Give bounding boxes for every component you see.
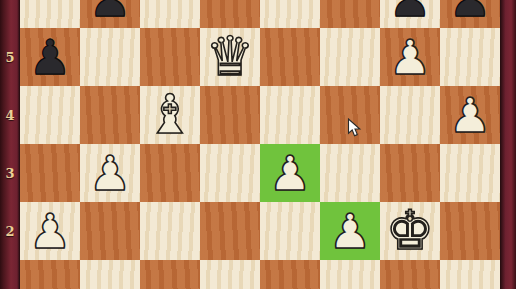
piece-black-pawn-b6[interactable]: ♟ <box>88 0 131 23</box>
rank-label-5: 5 <box>3 50 17 65</box>
square-e6[interactable] <box>260 0 320 28</box>
square-d1[interactable] <box>200 260 260 289</box>
square-f1[interactable] <box>320 260 380 289</box>
square-d5[interactable]: ♛ <box>200 28 260 86</box>
square-d6[interactable] <box>200 0 260 28</box>
square-e1[interactable] <box>260 260 320 289</box>
square-c1[interactable] <box>140 260 200 289</box>
square-a3[interactable] <box>20 144 80 202</box>
piece-white-pawn-h4[interactable]: ♟ <box>448 91 491 139</box>
piece-white-pawn-a2[interactable]: ♟ <box>28 207 71 255</box>
square-c4[interactable]: ♝ <box>140 86 200 144</box>
square-d2[interactable] <box>200 202 260 260</box>
piece-black-pawn-h6[interactable]: ♟ <box>448 0 491 23</box>
square-h6[interactable]: ♟ <box>440 0 500 28</box>
square-b1[interactable] <box>80 260 140 289</box>
square-e4[interactable] <box>260 86 320 144</box>
square-b2[interactable] <box>80 202 140 260</box>
square-h5[interactable] <box>440 28 500 86</box>
square-c5[interactable] <box>140 28 200 86</box>
square-a1[interactable] <box>20 260 80 289</box>
square-h1[interactable] <box>440 260 500 289</box>
board-frame-right <box>500 0 516 289</box>
square-e2[interactable] <box>260 202 320 260</box>
piece-white-pawn-f2[interactable]: ♟ <box>328 207 371 255</box>
square-g3[interactable] <box>380 144 440 202</box>
square-g6[interactable]: ♟ <box>380 0 440 28</box>
square-f3[interactable] <box>320 144 380 202</box>
chess-board: ♟♟♟♟♛♟♝♟♟♟♟♟♚ <box>20 0 500 289</box>
piece-white-pawn-b3[interactable]: ♟ <box>88 149 131 197</box>
square-a2[interactable]: ♟ <box>20 202 80 260</box>
piece-black-pawn-g6[interactable]: ♟ <box>388 0 431 23</box>
square-g1[interactable] <box>380 260 440 289</box>
square-c3[interactable] <box>140 144 200 202</box>
square-e3[interactable]: ♟ <box>260 144 320 202</box>
board-frame-left <box>0 0 20 289</box>
square-a5[interactable]: ♟ <box>20 28 80 86</box>
piece-white-pawn-g5[interactable]: ♟ <box>388 33 431 81</box>
piece-white-queen-d5[interactable]: ♛ <box>206 30 254 84</box>
square-f5[interactable] <box>320 28 380 86</box>
square-g5[interactable]: ♟ <box>380 28 440 86</box>
rank-label-4: 4 <box>3 108 17 123</box>
chess-board-screenshot: ♟♟♟♟♛♟♝♟♟♟♟♟♚ 5 4 3 2 <box>0 0 516 289</box>
mouse-cursor-icon <box>347 118 362 139</box>
rank-label-3: 3 <box>3 166 17 181</box>
square-e5[interactable] <box>260 28 320 86</box>
square-d3[interactable] <box>200 144 260 202</box>
square-b5[interactable] <box>80 28 140 86</box>
square-h3[interactable] <box>440 144 500 202</box>
piece-black-pawn-a5[interactable]: ♟ <box>28 33 71 81</box>
square-d4[interactable] <box>200 86 260 144</box>
square-h2[interactable] <box>440 202 500 260</box>
square-a4[interactable] <box>20 86 80 144</box>
rank-label-2: 2 <box>3 224 17 239</box>
square-b6[interactable]: ♟ <box>80 0 140 28</box>
square-f6[interactable] <box>320 0 380 28</box>
square-h4[interactable]: ♟ <box>440 86 500 144</box>
piece-white-king-g2[interactable]: ♚ <box>386 204 434 258</box>
square-g4[interactable] <box>380 86 440 144</box>
square-a6[interactable] <box>20 0 80 28</box>
square-c2[interactable] <box>140 202 200 260</box>
piece-white-bishop-c4[interactable]: ♝ <box>146 88 194 142</box>
piece-white-pawn-e3[interactable]: ♟ <box>268 149 311 197</box>
square-b3[interactable]: ♟ <box>80 144 140 202</box>
square-g2[interactable]: ♚ <box>380 202 440 260</box>
square-f2[interactable]: ♟ <box>320 202 380 260</box>
square-c6[interactable] <box>140 0 200 28</box>
square-b4[interactable] <box>80 86 140 144</box>
